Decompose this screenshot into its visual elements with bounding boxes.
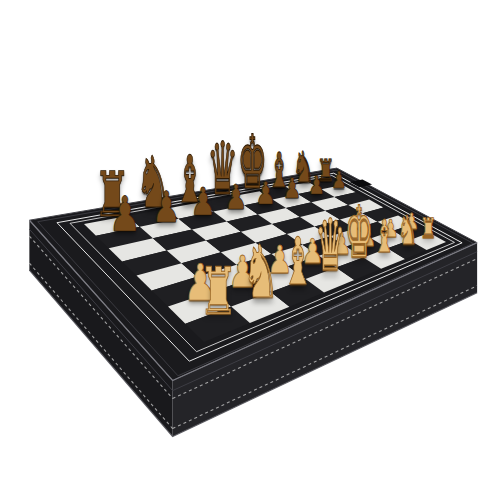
piece-layer: ♜♞♝♛♚♝♞♜♟♟♟♟♟♟♟♟♟♟♟♟♟♟♟♟♜♞♝♛♚♝♞♜ [0,0,500,500]
piece-white-bishop-c1[interactable]: ♝ [282,229,314,294]
piece-white-king-e1[interactable]: ♚ [345,198,374,270]
piece-white-knight-b1[interactable]: ♞ [242,236,279,309]
piece-black-pawn-e7[interactable]: ♟ [255,178,276,209]
piece-white-queen-d1[interactable]: ♛ [315,210,346,282]
piece-black-pawn-b7[interactable]: ♟ [152,187,181,230]
piece-white-rook-a1[interactable]: ♜ [199,260,238,325]
piece-black-pawn-c7[interactable]: ♟ [190,184,216,222]
chess-set-scene: ♜♞♝♛♚♝♞♜♟♟♟♟♟♟♟♟♟♟♟♟♟♟♟♟♜♞♝♛♚♝♞♜ [0,0,500,500]
piece-white-rook-h1[interactable]: ♜ [420,215,437,243]
piece-black-pawn-a7[interactable]: ♟ [109,190,141,239]
product-photo: ♜♞♝♛♚♝♞♜♟♟♟♟♟♟♟♟♟♟♟♟♟♟♟♟♜♞♝♛♚♝♞♜ [0,0,500,500]
piece-white-bishop-f1[interactable]: ♝ [373,215,395,260]
piece-white-knight-g1[interactable]: ♞ [397,211,417,251]
piece-black-pawn-f7[interactable]: ♟ [283,175,302,203]
piece-black-pawn-g7[interactable]: ♟ [308,172,325,198]
piece-black-pawn-d7[interactable]: ♟ [224,181,247,215]
